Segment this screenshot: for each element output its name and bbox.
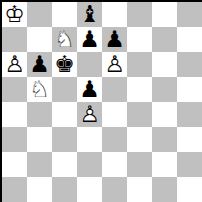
square-e4[interactable] bbox=[102, 102, 127, 127]
square-h6[interactable] bbox=[177, 52, 202, 77]
square-b3[interactable] bbox=[27, 127, 52, 152]
square-g1[interactable] bbox=[152, 177, 177, 202]
square-d7[interactable]: ♟ bbox=[77, 27, 102, 52]
square-f6[interactable] bbox=[127, 52, 152, 77]
square-g6[interactable] bbox=[152, 52, 177, 77]
square-a6[interactable]: ♟♙ bbox=[2, 52, 27, 77]
square-f5[interactable] bbox=[127, 77, 152, 102]
square-a2[interactable] bbox=[2, 152, 27, 177]
square-d5[interactable]: ♟ bbox=[77, 77, 102, 102]
square-g7[interactable] bbox=[152, 27, 177, 52]
square-h2[interactable] bbox=[177, 152, 202, 177]
square-b8[interactable] bbox=[27, 2, 52, 27]
square-c5[interactable] bbox=[52, 77, 77, 102]
square-b6[interactable]: ♟ bbox=[27, 52, 52, 77]
black-bishop-piece[interactable]: ♝ bbox=[77, 2, 102, 27]
square-h5[interactable] bbox=[177, 77, 202, 102]
square-a3[interactable] bbox=[2, 127, 27, 152]
square-e1[interactable] bbox=[102, 177, 127, 202]
square-a7[interactable] bbox=[2, 27, 27, 52]
white-pawn-glyph: ♙ bbox=[4, 52, 25, 77]
square-a1[interactable] bbox=[2, 177, 27, 202]
square-e7[interactable]: ♟ bbox=[102, 27, 127, 52]
black-bishop-glyph: ♝ bbox=[79, 2, 100, 27]
black-pawn-glyph: ♟ bbox=[79, 77, 100, 102]
white-pawn-piece[interactable]: ♟♙ bbox=[102, 52, 127, 77]
black-pawn-piece[interactable]: ♟ bbox=[102, 27, 127, 52]
black-king-glyph: ♚ bbox=[54, 52, 75, 77]
square-g4[interactable] bbox=[152, 102, 177, 127]
white-king-glyph: ♔ bbox=[4, 2, 25, 27]
square-a4[interactable] bbox=[2, 102, 27, 127]
square-d3[interactable] bbox=[77, 127, 102, 152]
square-d2[interactable] bbox=[77, 152, 102, 177]
square-f2[interactable] bbox=[127, 152, 152, 177]
square-c7[interactable]: ♞♘ bbox=[52, 27, 77, 52]
white-knight-glyph: ♘ bbox=[54, 27, 75, 52]
square-f4[interactable] bbox=[127, 102, 152, 127]
square-h1[interactable] bbox=[177, 177, 202, 202]
white-knight-piece[interactable]: ♞♘ bbox=[27, 77, 52, 102]
square-g8[interactable] bbox=[152, 2, 177, 27]
square-d1[interactable] bbox=[77, 177, 102, 202]
square-f8[interactable] bbox=[127, 2, 152, 27]
square-c2[interactable] bbox=[52, 152, 77, 177]
black-pawn-glyph: ♟ bbox=[79, 27, 100, 52]
square-b4[interactable] bbox=[27, 102, 52, 127]
chess-board-frame: ♚♔♝♞♘♟♟♟♙♟♚♟♙♞♘♟♟♙ bbox=[0, 0, 202, 202]
square-d8[interactable]: ♝ bbox=[77, 2, 102, 27]
white-king-piece[interactable]: ♚♔ bbox=[2, 2, 27, 27]
square-f1[interactable] bbox=[127, 177, 152, 202]
square-h3[interactable] bbox=[177, 127, 202, 152]
square-h7[interactable] bbox=[177, 27, 202, 52]
square-e8[interactable] bbox=[102, 2, 127, 27]
square-e3[interactable] bbox=[102, 127, 127, 152]
square-d4[interactable]: ♟♙ bbox=[77, 102, 102, 127]
square-c6[interactable]: ♚ bbox=[52, 52, 77, 77]
square-f7[interactable] bbox=[127, 27, 152, 52]
white-pawn-glyph: ♙ bbox=[79, 102, 100, 127]
square-f3[interactable] bbox=[127, 127, 152, 152]
square-c3[interactable] bbox=[52, 127, 77, 152]
square-e5[interactable] bbox=[102, 77, 127, 102]
square-h8[interactable] bbox=[177, 2, 202, 27]
black-pawn-piece[interactable]: ♟ bbox=[77, 27, 102, 52]
square-b2[interactable] bbox=[27, 152, 52, 177]
square-c8[interactable] bbox=[52, 2, 77, 27]
square-e2[interactable] bbox=[102, 152, 127, 177]
square-b5[interactable]: ♞♘ bbox=[27, 77, 52, 102]
black-pawn-piece[interactable]: ♟ bbox=[27, 52, 52, 77]
black-pawn-piece[interactable]: ♟ bbox=[77, 77, 102, 102]
square-e6[interactable]: ♟♙ bbox=[102, 52, 127, 77]
square-d6[interactable] bbox=[77, 52, 102, 77]
square-a8[interactable]: ♚♔ bbox=[2, 2, 27, 27]
square-g3[interactable] bbox=[152, 127, 177, 152]
white-knight-piece[interactable]: ♞♘ bbox=[52, 27, 77, 52]
black-pawn-glyph: ♟ bbox=[29, 52, 50, 77]
square-h4[interactable] bbox=[177, 102, 202, 127]
white-pawn-glyph: ♙ bbox=[104, 52, 125, 77]
black-pawn-glyph: ♟ bbox=[104, 27, 125, 52]
square-g2[interactable] bbox=[152, 152, 177, 177]
square-c4[interactable] bbox=[52, 102, 77, 127]
square-c1[interactable] bbox=[52, 177, 77, 202]
square-b1[interactable] bbox=[27, 177, 52, 202]
white-knight-glyph: ♘ bbox=[29, 77, 50, 102]
white-pawn-piece[interactable]: ♟♙ bbox=[2, 52, 27, 77]
chess-board[interactable]: ♚♔♝♞♘♟♟♟♙♟♚♟♙♞♘♟♟♙ bbox=[2, 2, 202, 202]
square-a5[interactable] bbox=[2, 77, 27, 102]
square-b7[interactable] bbox=[27, 27, 52, 52]
square-g5[interactable] bbox=[152, 77, 177, 102]
black-king-piece[interactable]: ♚ bbox=[52, 52, 77, 77]
white-pawn-piece[interactable]: ♟♙ bbox=[77, 102, 102, 127]
